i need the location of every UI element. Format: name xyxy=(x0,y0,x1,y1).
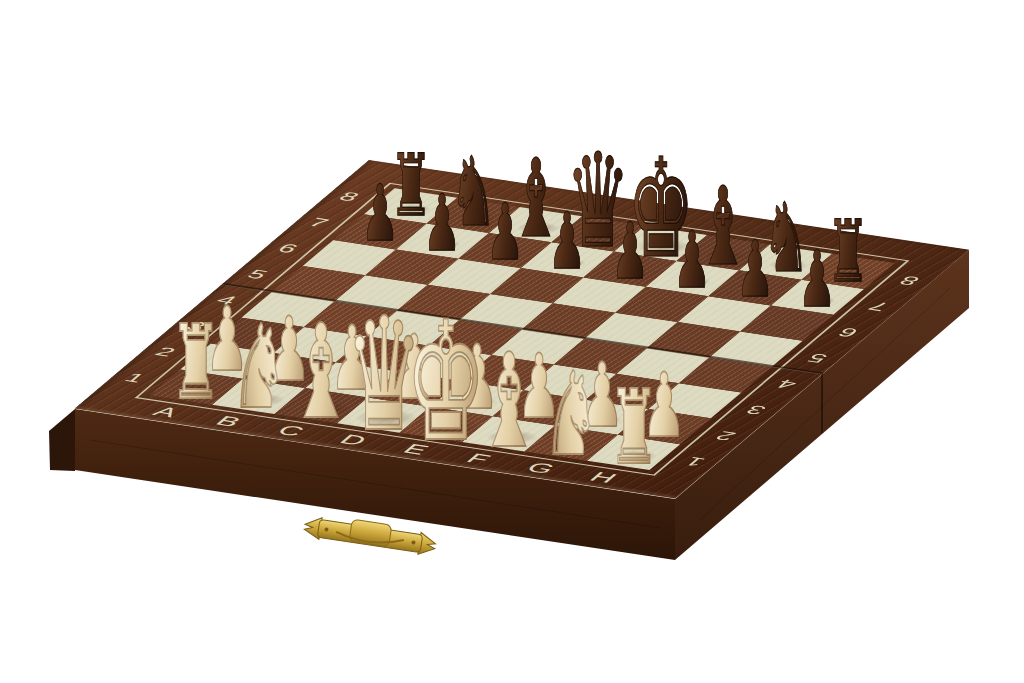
product-photo-scene: ABCDEFGH1122334455667788 ♜♞♝♛♚♝♞♜♟♟♟♟♟♟♟… xyxy=(0,0,1024,683)
box-left-face xyxy=(49,409,75,471)
